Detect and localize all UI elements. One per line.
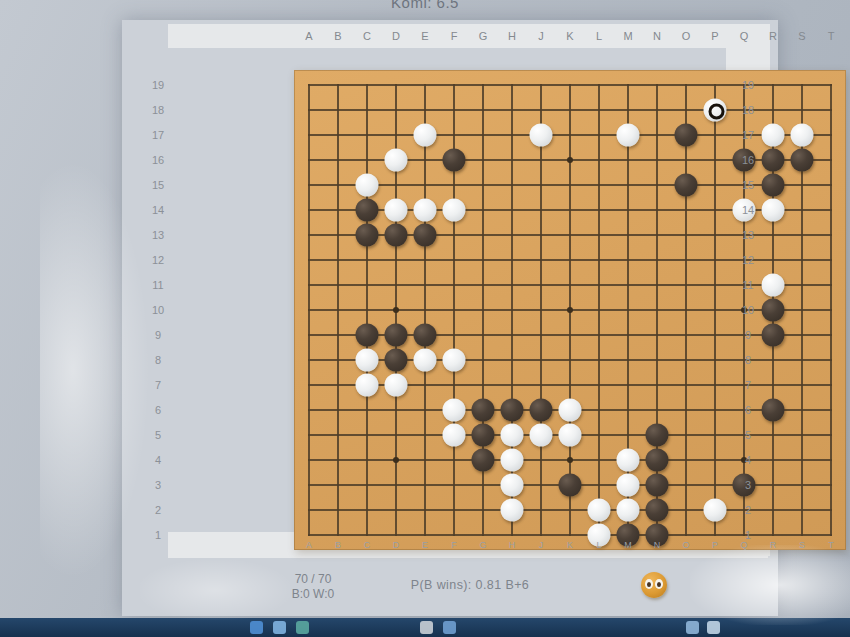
black-stone-k3[interactable] (559, 474, 582, 497)
white-stone-j17[interactable] (530, 124, 553, 147)
grid-line (308, 509, 832, 511)
row-label-right: 7 (745, 379, 751, 391)
app-icon[interactable] (420, 621, 433, 634)
row-label-left: 17 (152, 129, 164, 141)
black-stone-f16[interactable] (443, 149, 466, 172)
black-stone-d13[interactable] (385, 224, 408, 247)
column-label-top: G (479, 30, 488, 42)
column-label-bottom: G (479, 540, 486, 550)
column-label-top: A (305, 30, 312, 42)
row-label-right: 11 (742, 279, 753, 291)
column-label-bottom: K (567, 540, 573, 550)
start-icon[interactable] (250, 621, 263, 634)
star-point (393, 307, 399, 313)
column-label-top: H (508, 30, 516, 42)
black-stone-c13[interactable] (356, 224, 379, 247)
row-label-left: 7 (155, 379, 161, 391)
black-stone-c14[interactable] (356, 199, 379, 222)
black-stone-g5[interactable] (472, 424, 495, 447)
white-stone-h5[interactable] (501, 424, 524, 447)
column-label-bottom: B (335, 540, 341, 550)
star-point (567, 457, 573, 463)
row-label-right: 18 (742, 104, 754, 116)
white-stone-k5[interactable] (559, 424, 582, 447)
row-label-right: 4 (745, 454, 751, 466)
row-label-left: 13 (152, 229, 164, 241)
column-label-bottom: T (828, 540, 834, 550)
row-label-right: 6 (745, 404, 751, 416)
row-label-right: 9 (745, 329, 751, 341)
column-label-bottom: H (509, 540, 516, 550)
white-stone-h2[interactable] (501, 499, 524, 522)
row-label-right: 8 (745, 354, 751, 366)
row-label-right: 2 (745, 504, 751, 516)
win-estimate-text: P(B wins): 0.81 B+6 (330, 578, 610, 592)
column-label-bottom: F (451, 540, 457, 550)
star-point (393, 457, 399, 463)
column-label-top: O (682, 30, 691, 42)
white-stone-c7[interactable] (356, 374, 379, 397)
komi-text: Komi: 6.5 (0, 0, 850, 11)
column-label-top: E (421, 30, 428, 42)
white-stone-p2[interactable] (704, 499, 727, 522)
black-stone-o15[interactable] (675, 174, 698, 197)
row-label-left: 9 (155, 329, 161, 341)
row-label-left: 8 (155, 354, 161, 366)
white-stone-f6[interactable] (443, 399, 466, 422)
black-stone-r15[interactable] (762, 174, 785, 197)
white-stone-f8[interactable] (443, 349, 466, 372)
row-label-left: 4 (155, 454, 161, 466)
black-stone-c9[interactable] (356, 324, 379, 347)
column-label-top: R (769, 30, 777, 42)
row-label-right: 12 (742, 254, 754, 266)
column-label-top: L (596, 30, 602, 42)
black-stone-n5[interactable] (646, 424, 669, 447)
white-stone-m3[interactable] (617, 474, 640, 497)
tray-icon[interactable] (707, 621, 720, 634)
row-label-right: 17 (742, 129, 754, 141)
white-stone-l2[interactable] (588, 499, 611, 522)
column-label-bottom: S (799, 540, 805, 550)
go-board[interactable] (294, 70, 846, 550)
black-stone-r10[interactable] (762, 299, 785, 322)
black-stone-d8[interactable] (385, 349, 408, 372)
emoji-eye (645, 579, 653, 589)
row-label-right: 16 (742, 154, 754, 166)
status-bar: 70 / 70 B:0 W:0 P(B wins): 0.81 B+6 (0, 560, 850, 615)
column-label-bottom: Q (740, 540, 747, 550)
row-label-left: 10 (152, 304, 164, 316)
white-stone-d16[interactable] (385, 149, 408, 172)
white-stone-m2[interactable] (617, 499, 640, 522)
white-stone-s17[interactable] (791, 124, 814, 147)
column-label-bottom: L (596, 540, 601, 550)
white-stone-e14[interactable] (414, 199, 437, 222)
white-stone-e17[interactable] (414, 124, 437, 147)
row-label-left: 16 (152, 154, 164, 166)
column-label-top: J (538, 30, 544, 42)
app-icon[interactable] (443, 621, 456, 634)
column-label-bottom: R (770, 540, 777, 550)
white-stone-p18[interactable] (704, 99, 727, 122)
column-label-bottom: N (654, 540, 661, 550)
row-label-left: 11 (152, 279, 163, 291)
row-label-right: 5 (745, 429, 751, 441)
white-stone-c15[interactable] (356, 174, 379, 197)
column-label-bottom: A (306, 540, 312, 550)
column-label-top: C (363, 30, 371, 42)
tray-icon[interactable] (686, 621, 699, 634)
taskbar (0, 618, 850, 637)
row-label-right: 13 (742, 229, 754, 241)
black-stone-h6[interactable] (501, 399, 524, 422)
column-label-bottom: J (539, 540, 544, 550)
white-stone-d14[interactable] (385, 199, 408, 222)
star-point (567, 307, 573, 313)
top-coordinate-strip (168, 24, 768, 48)
column-label-bottom: O (682, 540, 689, 550)
column-label-top: P (711, 30, 718, 42)
emoji-eye (655, 579, 663, 589)
row-label-right: 10 (742, 304, 754, 316)
white-stone-r17[interactable] (762, 124, 785, 147)
row-label-left: 6 (155, 404, 161, 416)
column-label-top: S (798, 30, 805, 42)
column-label-top: K (566, 30, 573, 42)
white-stone-m4[interactable] (617, 449, 640, 472)
row-label-left: 1 (155, 529, 161, 541)
row-label-left: 14 (152, 204, 164, 216)
row-label-left: 19 (152, 79, 164, 91)
black-stone-o17[interactable] (675, 124, 698, 147)
grid-line (308, 534, 832, 536)
black-stone-n2[interactable] (646, 499, 669, 522)
row-label-left: 12 (152, 254, 164, 266)
black-stone-n3[interactable] (646, 474, 669, 497)
column-label-bottom: P (712, 540, 718, 550)
row-label-left: 3 (155, 479, 161, 491)
column-label-bottom: E (422, 540, 428, 550)
column-label-top: F (451, 30, 458, 42)
white-stone-c8[interactable] (356, 349, 379, 372)
white-stone-r11[interactable] (762, 274, 785, 297)
column-label-top: D (392, 30, 400, 42)
white-stone-m17[interactable] (617, 124, 640, 147)
black-stone-e13[interactable] (414, 224, 437, 247)
last-move-marker (708, 103, 724, 119)
white-stone-h3[interactable] (501, 474, 524, 497)
black-stone-n4[interactable] (646, 449, 669, 472)
black-stone-j6[interactable] (530, 399, 553, 422)
black-stone-s16[interactable] (791, 149, 814, 172)
row-label-right: 3 (745, 479, 751, 491)
go-app-window: AABBCCDDEEFFGGHHJJKKLLMMNNOOPPQQRRSSTT19… (122, 20, 778, 616)
row-label-left: 18 (152, 104, 164, 116)
black-stone-g4[interactable] (472, 449, 495, 472)
column-label-top: B (334, 30, 341, 42)
black-stone-r16[interactable] (762, 149, 785, 172)
column-label-top: M (623, 30, 632, 42)
black-stone-e9[interactable] (414, 324, 437, 347)
white-stone-f5[interactable] (443, 424, 466, 447)
column-label-bottom: D (393, 540, 400, 550)
column-label-top: Q (740, 30, 749, 42)
white-stone-h4[interactable] (501, 449, 524, 472)
star-point (567, 157, 573, 163)
column-label-bottom: M (624, 540, 632, 550)
row-label-right: 15 (742, 179, 754, 191)
black-stone-d9[interactable] (385, 324, 408, 347)
search-icon[interactable] (273, 621, 286, 634)
app-icon[interactable] (296, 621, 309, 634)
column-label-bottom: C (364, 540, 371, 550)
wide-eyed-face-icon (641, 572, 667, 598)
column-label-top: N (653, 30, 661, 42)
row-label-right: 1 (745, 529, 751, 541)
white-stone-j5[interactable] (530, 424, 553, 447)
black-stone-r6[interactable] (762, 399, 785, 422)
white-stone-r14[interactable] (762, 199, 785, 222)
black-stone-g6[interactable] (472, 399, 495, 422)
white-stone-k6[interactable] (559, 399, 582, 422)
white-stone-d7[interactable] (385, 374, 408, 397)
white-stone-f14[interactable] (443, 199, 466, 222)
row-label-right: 14 (742, 204, 754, 216)
row-label-left: 2 (155, 504, 161, 516)
white-stone-e8[interactable] (414, 349, 437, 372)
row-label-right: 19 (742, 79, 754, 91)
black-stone-r9[interactable] (762, 324, 785, 347)
column-label-top: T (828, 30, 835, 42)
row-label-left: 5 (155, 429, 161, 441)
row-label-left: 15 (152, 179, 164, 191)
